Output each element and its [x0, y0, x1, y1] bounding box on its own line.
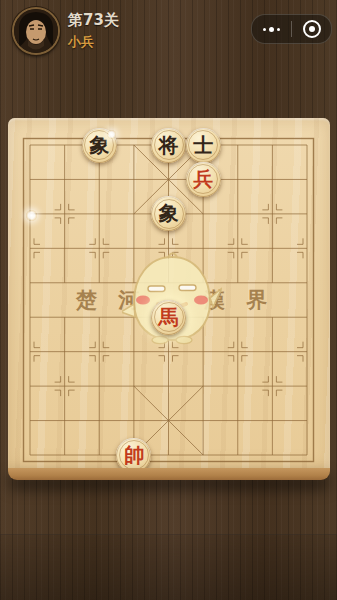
top-bar: 第73关 小兵 — [0, 0, 337, 62]
piece-馬[interactable]: 馬 — [151, 300, 186, 335]
piece-character: 兵 — [193, 162, 213, 197]
wechat-capsule — [251, 14, 332, 44]
sparkle-icon — [26, 210, 37, 221]
piece-character: 将 — [159, 128, 179, 163]
xiangqi-board[interactable]: 楚 河 漢 界 象将士兵象馬帥 — [8, 118, 330, 468]
board-edge — [8, 468, 330, 480]
piece-士[interactable]: 士 — [186, 128, 221, 163]
warrior-portrait-icon — [14, 9, 58, 53]
more-button[interactable] — [252, 15, 291, 43]
piece-character: 士 — [193, 128, 213, 163]
piece-character: 馬 — [159, 300, 179, 335]
bottom-bar: 锦 15 求助 18步 3DMGAME — [0, 534, 337, 600]
target-circle-icon — [303, 20, 321, 38]
piece-将[interactable]: 将 — [151, 128, 186, 163]
sparkle-icon — [107, 130, 116, 139]
piece-character: 象 — [159, 196, 179, 231]
level-subtitle: 小兵 — [68, 33, 119, 51]
avatar — [12, 7, 60, 55]
piece-兵[interactable]: 兵 — [186, 162, 221, 197]
three-dots-icon — [263, 27, 280, 32]
level-title: 第73关 — [68, 11, 119, 30]
exit-button[interactable] — [292, 15, 331, 43]
